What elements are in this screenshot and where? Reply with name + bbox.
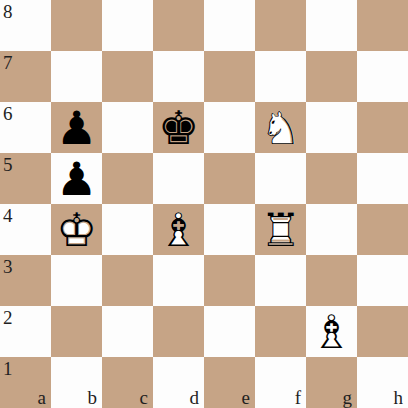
- piece-glyph: ♟: [51, 153, 102, 204]
- square-c2[interactable]: [102, 306, 153, 357]
- square-g5[interactable]: [306, 153, 357, 204]
- piece-outline: ♔: [51, 204, 102, 255]
- square-g8[interactable]: [306, 0, 357, 51]
- black-pawn-piece: ♟: [51, 153, 102, 204]
- square-h2[interactable]: [357, 306, 408, 357]
- square-d3[interactable]: [153, 255, 204, 306]
- square-g6[interactable]: [306, 102, 357, 153]
- square-f3[interactable]: [255, 255, 306, 306]
- rank-label-6: 6: [3, 104, 13, 123]
- rank-label-8: 8: [3, 2, 13, 21]
- white-rook-piece: ♜♖: [255, 204, 306, 255]
- square-c1[interactable]: c: [102, 357, 153, 408]
- square-f8[interactable]: [255, 0, 306, 51]
- square-h4[interactable]: [357, 204, 408, 255]
- square-g4[interactable]: [306, 204, 357, 255]
- chess-board: 876♟♚♞♘5♟4♚♔♝♗♜♖32♝♗1abcdefgh: [0, 0, 408, 408]
- square-b8[interactable]: [51, 0, 102, 51]
- square-b2[interactable]: [51, 306, 102, 357]
- square-f5[interactable]: [255, 153, 306, 204]
- square-e2[interactable]: [204, 306, 255, 357]
- rank-label-5: 5: [3, 155, 13, 174]
- square-a6[interactable]: 6: [0, 102, 51, 153]
- square-a2[interactable]: 2: [0, 306, 51, 357]
- square-d4[interactable]: ♝♗: [153, 204, 204, 255]
- white-king-piece: ♚♔: [51, 204, 102, 255]
- white-bishop-piece: ♝♗: [306, 306, 357, 357]
- rank-label-2: 2: [3, 308, 13, 327]
- square-e5[interactable]: [204, 153, 255, 204]
- square-b7[interactable]: [51, 51, 102, 102]
- square-c7[interactable]: [102, 51, 153, 102]
- square-h7[interactable]: [357, 51, 408, 102]
- square-a1[interactable]: 1a: [0, 357, 51, 408]
- piece-fill: ♝: [306, 306, 357, 357]
- rank-label-3: 3: [3, 257, 13, 276]
- square-f1[interactable]: f: [255, 357, 306, 408]
- square-e7[interactable]: [204, 51, 255, 102]
- square-e6[interactable]: [204, 102, 255, 153]
- square-f4[interactable]: ♜♖: [255, 204, 306, 255]
- square-e1[interactable]: e: [204, 357, 255, 408]
- piece-glyph: ♟: [51, 102, 102, 153]
- piece-glyph: ♚: [153, 102, 204, 153]
- file-label-c: c: [140, 388, 148, 407]
- piece-outline: ♘: [255, 102, 306, 153]
- square-a8[interactable]: 8: [0, 0, 51, 51]
- square-d5[interactable]: [153, 153, 204, 204]
- square-b6[interactable]: ♟: [51, 102, 102, 153]
- square-a7[interactable]: 7: [0, 51, 51, 102]
- square-h5[interactable]: [357, 153, 408, 204]
- square-d1[interactable]: d: [153, 357, 204, 408]
- square-d7[interactable]: [153, 51, 204, 102]
- square-g1[interactable]: g: [306, 357, 357, 408]
- piece-fill: ♞: [255, 102, 306, 153]
- white-bishop-piece: ♝♗: [153, 204, 204, 255]
- piece-outline: ♗: [153, 204, 204, 255]
- black-king-piece: ♚: [153, 102, 204, 153]
- square-f6[interactable]: ♞♘: [255, 102, 306, 153]
- file-label-e: e: [242, 388, 250, 407]
- square-e8[interactable]: [204, 0, 255, 51]
- square-b1[interactable]: b: [51, 357, 102, 408]
- file-label-f: f: [295, 388, 301, 407]
- piece-fill: ♝: [153, 204, 204, 255]
- square-c4[interactable]: [102, 204, 153, 255]
- square-e4[interactable]: [204, 204, 255, 255]
- square-g7[interactable]: [306, 51, 357, 102]
- square-b5[interactable]: ♟: [51, 153, 102, 204]
- piece-outline: ♗: [306, 306, 357, 357]
- piece-outline: ♖: [255, 204, 306, 255]
- square-b3[interactable]: [51, 255, 102, 306]
- rank-label-1: 1: [3, 359, 13, 378]
- square-f7[interactable]: [255, 51, 306, 102]
- file-label-a: a: [38, 388, 46, 407]
- square-a3[interactable]: 3: [0, 255, 51, 306]
- square-g3[interactable]: [306, 255, 357, 306]
- square-h1[interactable]: h: [357, 357, 408, 408]
- square-c5[interactable]: [102, 153, 153, 204]
- rank-label-7: 7: [3, 53, 13, 72]
- square-h8[interactable]: [357, 0, 408, 51]
- square-b4[interactable]: ♚♔: [51, 204, 102, 255]
- file-label-d: d: [190, 388, 200, 407]
- square-a5[interactable]: 5: [0, 153, 51, 204]
- file-label-g: g: [343, 388, 353, 407]
- piece-fill: ♜: [255, 204, 306, 255]
- square-g2[interactable]: ♝♗: [306, 306, 357, 357]
- file-label-h: h: [394, 388, 404, 407]
- square-f2[interactable]: [255, 306, 306, 357]
- white-knight-piece: ♞♘: [255, 102, 306, 153]
- square-d8[interactable]: [153, 0, 204, 51]
- square-a4[interactable]: 4: [0, 204, 51, 255]
- square-c3[interactable]: [102, 255, 153, 306]
- square-e3[interactable]: [204, 255, 255, 306]
- piece-fill: ♚: [51, 204, 102, 255]
- black-pawn-piece: ♟: [51, 102, 102, 153]
- square-c6[interactable]: [102, 102, 153, 153]
- file-label-b: b: [88, 388, 98, 407]
- rank-label-4: 4: [3, 206, 13, 225]
- square-c8[interactable]: [102, 0, 153, 51]
- square-d6[interactable]: ♚: [153, 102, 204, 153]
- square-d2[interactable]: [153, 306, 204, 357]
- square-h3[interactable]: [357, 255, 408, 306]
- square-h6[interactable]: [357, 102, 408, 153]
